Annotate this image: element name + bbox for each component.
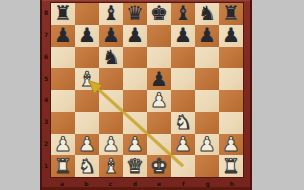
piece-white-pawn-c2[interactable]: ♟ xyxy=(102,134,120,155)
square-h2[interactable]: ♟ xyxy=(219,134,243,156)
file-label-b: b xyxy=(74,178,98,188)
square-f4[interactable] xyxy=(171,90,195,112)
file-label-e: e xyxy=(147,178,171,188)
square-a4[interactable] xyxy=(51,90,75,112)
square-d7[interactable]: ♟ xyxy=(123,25,147,47)
square-e7[interactable] xyxy=(147,25,171,47)
square-e4[interactable]: ♟ xyxy=(147,90,171,112)
square-g2[interactable]: ♟ xyxy=(195,134,219,156)
rank-labels: 87654321 xyxy=(42,2,50,176)
square-f6[interactable] xyxy=(171,47,195,69)
square-d5[interactable] xyxy=(123,68,147,90)
chess-board: 87654321 abcdefgh ♜♝♛♚♝♞♜♟♟♟♟♟♟♟♞♝♟♟♞♟♟♟… xyxy=(40,0,252,190)
square-b6[interactable] xyxy=(75,47,99,69)
square-f1[interactable] xyxy=(171,155,195,177)
piece-black-pawn-f7[interactable]: ♟ xyxy=(174,25,192,46)
rank-label-3: 3 xyxy=(42,111,50,133)
piece-white-rook-a1[interactable]: ♜ xyxy=(54,156,72,177)
square-f7[interactable]: ♟ xyxy=(171,25,195,47)
piece-white-king-e1[interactable]: ♚ xyxy=(150,156,168,177)
square-e3[interactable] xyxy=(147,112,171,134)
square-a2[interactable]: ♟ xyxy=(51,134,75,156)
square-c1[interactable]: ♝ xyxy=(99,155,123,177)
file-label-d: d xyxy=(123,178,147,188)
rank-label-2: 2 xyxy=(42,133,50,155)
square-g8[interactable]: ♞ xyxy=(195,3,219,25)
piece-white-pawn-h2[interactable]: ♟ xyxy=(222,134,240,155)
square-e6[interactable] xyxy=(147,47,171,69)
square-g5[interactable] xyxy=(195,68,219,90)
square-h5[interactable] xyxy=(219,68,243,90)
square-d8[interactable]: ♛ xyxy=(123,3,147,25)
piece-black-pawn-g7[interactable]: ♟ xyxy=(198,25,216,46)
square-f8[interactable]: ♝ xyxy=(171,3,195,25)
square-f2[interactable]: ♟ xyxy=(171,134,195,156)
square-a6[interactable] xyxy=(51,47,75,69)
piece-white-pawn-e4[interactable]: ♟ xyxy=(150,90,168,111)
piece-white-rook-h1[interactable]: ♜ xyxy=(222,156,240,177)
square-a1[interactable]: ♜ xyxy=(51,155,75,177)
rank-label-4: 4 xyxy=(42,89,50,111)
board-squares: ♜♝♛♚♝♞♜♟♟♟♟♟♟♟♞♝♟♟♞♟♟♟♟♟♟♟♜♞♝♛♚♜ xyxy=(50,2,244,178)
file-label-g: g xyxy=(196,178,220,188)
piece-black-knight-g8[interactable]: ♞ xyxy=(198,3,216,24)
square-a8[interactable]: ♜ xyxy=(51,3,75,25)
square-a3[interactable] xyxy=(51,112,75,134)
square-b1[interactable]: ♞ xyxy=(75,155,99,177)
piece-black-pawn-b7[interactable]: ♟ xyxy=(78,25,96,46)
square-h6[interactable] xyxy=(219,47,243,69)
piece-black-king-e8[interactable]: ♚ xyxy=(150,3,168,24)
piece-white-knight-f3[interactable]: ♞ xyxy=(174,112,192,133)
square-h7[interactable]: ♟ xyxy=(219,25,243,47)
square-g7[interactable]: ♟ xyxy=(195,25,219,47)
square-d4[interactable] xyxy=(123,90,147,112)
piece-black-pawn-e5[interactable]: ♟ xyxy=(150,69,168,90)
square-c3[interactable] xyxy=(99,112,123,134)
letterbox-right xyxy=(252,0,304,190)
file-label-h: h xyxy=(220,178,244,188)
rank-label-7: 7 xyxy=(42,24,50,46)
piece-white-pawn-b2[interactable]: ♟ xyxy=(78,134,96,155)
file-label-a: a xyxy=(50,178,74,188)
square-h1[interactable]: ♜ xyxy=(219,155,243,177)
square-d6[interactable] xyxy=(123,47,147,69)
piece-black-pawn-c7[interactable]: ♟ xyxy=(102,25,120,46)
square-h3[interactable] xyxy=(219,112,243,134)
square-e2[interactable] xyxy=(147,134,171,156)
file-labels: abcdefgh xyxy=(50,178,244,188)
piece-black-pawn-d7[interactable]: ♟ xyxy=(126,25,144,46)
square-c8[interactable]: ♝ xyxy=(99,3,123,25)
piece-black-bishop-f8[interactable]: ♝ xyxy=(174,3,192,24)
piece-black-pawn-h7[interactable]: ♟ xyxy=(222,25,240,46)
square-b8[interactable] xyxy=(75,3,99,25)
piece-white-pawn-f2[interactable]: ♟ xyxy=(174,134,192,155)
square-h4[interactable] xyxy=(219,90,243,112)
square-e8[interactable]: ♚ xyxy=(147,3,171,25)
square-g4[interactable] xyxy=(195,90,219,112)
letterbox-left xyxy=(0,0,40,190)
square-b7[interactable]: ♟ xyxy=(75,25,99,47)
square-g1[interactable] xyxy=(195,155,219,177)
rank-label-5: 5 xyxy=(42,67,50,89)
square-g6[interactable] xyxy=(195,47,219,69)
square-b2[interactable]: ♟ xyxy=(75,134,99,156)
piece-white-bishop-b5[interactable]: ♝ xyxy=(78,69,96,90)
screenshot-root: { "game": "chess", "position": { "fen": … xyxy=(0,0,304,190)
file-label-f: f xyxy=(171,178,195,188)
piece-black-pawn-a7[interactable]: ♟ xyxy=(54,25,72,46)
piece-white-knight-b1[interactable]: ♞ xyxy=(78,156,96,177)
square-c5[interactable] xyxy=(99,68,123,90)
square-e1[interactable]: ♚ xyxy=(147,155,171,177)
square-h8[interactable]: ♜ xyxy=(219,3,243,25)
piece-black-bishop-c8[interactable]: ♝ xyxy=(102,3,120,24)
rank-label-1: 1 xyxy=(42,154,50,176)
square-e5[interactable]: ♟ xyxy=(147,68,171,90)
square-c4[interactable] xyxy=(99,90,123,112)
square-c2[interactable]: ♟ xyxy=(99,134,123,156)
piece-black-queen-d8[interactable]: ♛ xyxy=(126,3,144,24)
piece-white-queen-d1[interactable]: ♛ xyxy=(126,156,144,177)
square-b4[interactable] xyxy=(75,90,99,112)
piece-white-pawn-d2[interactable]: ♟ xyxy=(126,134,144,155)
piece-black-rook-a8[interactable]: ♜ xyxy=(54,3,72,24)
file-label-c: c xyxy=(99,178,123,188)
square-d3[interactable] xyxy=(123,112,147,134)
piece-black-knight-c6[interactable]: ♞ xyxy=(102,47,120,68)
piece-white-pawn-g2[interactable]: ♟ xyxy=(198,134,216,155)
rank-label-8: 8 xyxy=(42,2,50,24)
square-a7[interactable]: ♟ xyxy=(51,25,75,47)
square-f3[interactable]: ♞ xyxy=(171,112,195,134)
piece-white-bishop-c1[interactable]: ♝ xyxy=(102,156,120,177)
square-a5[interactable] xyxy=(51,68,75,90)
square-g3[interactable] xyxy=(195,112,219,134)
square-c7[interactable]: ♟ xyxy=(99,25,123,47)
square-d1[interactable]: ♛ xyxy=(123,155,147,177)
square-b3[interactable] xyxy=(75,112,99,134)
piece-black-rook-h8[interactable]: ♜ xyxy=(222,3,240,24)
piece-white-pawn-a2[interactable]: ♟ xyxy=(54,134,72,155)
rank-label-6: 6 xyxy=(42,46,50,68)
square-f5[interactable] xyxy=(171,68,195,90)
square-c6[interactable]: ♞ xyxy=(99,47,123,69)
square-b5[interactable]: ♝ xyxy=(75,68,99,90)
square-d2[interactable]: ♟ xyxy=(123,134,147,156)
